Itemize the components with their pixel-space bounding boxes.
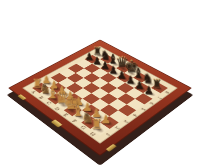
rank-label-4: 4	[127, 110, 142, 120]
product-photo-chess-set: ♜♞♝♛♚♝♞♜♟♟♟♟♟♟♟♟♟♟♟♟♟♟♟♟♜♞♝♛♚♝♞♜ ABCDEFG…	[0, 0, 200, 165]
piece-black-pawn-h7[interactable]: ♟	[143, 85, 155, 96]
square-g5[interactable]	[118, 93, 136, 104]
coordinate-strip: ♜♞♝♛♚♝♞♜♟♟♟♟♟♟♟♟♟♟♟♟♟♟♟♟♜♞♝♛♚♝♞♜ ABCDEFG…	[22, 46, 178, 144]
piece-white-rook-h1[interactable]: ♜	[90, 118, 104, 132]
board-frame: ♜♞♝♛♚♝♞♜♟♟♟♟♟♟♟♟♟♟♟♟♟♟♟♟♜♞♝♛♚♝♞♜ ABCDEFG…	[8, 40, 192, 156]
